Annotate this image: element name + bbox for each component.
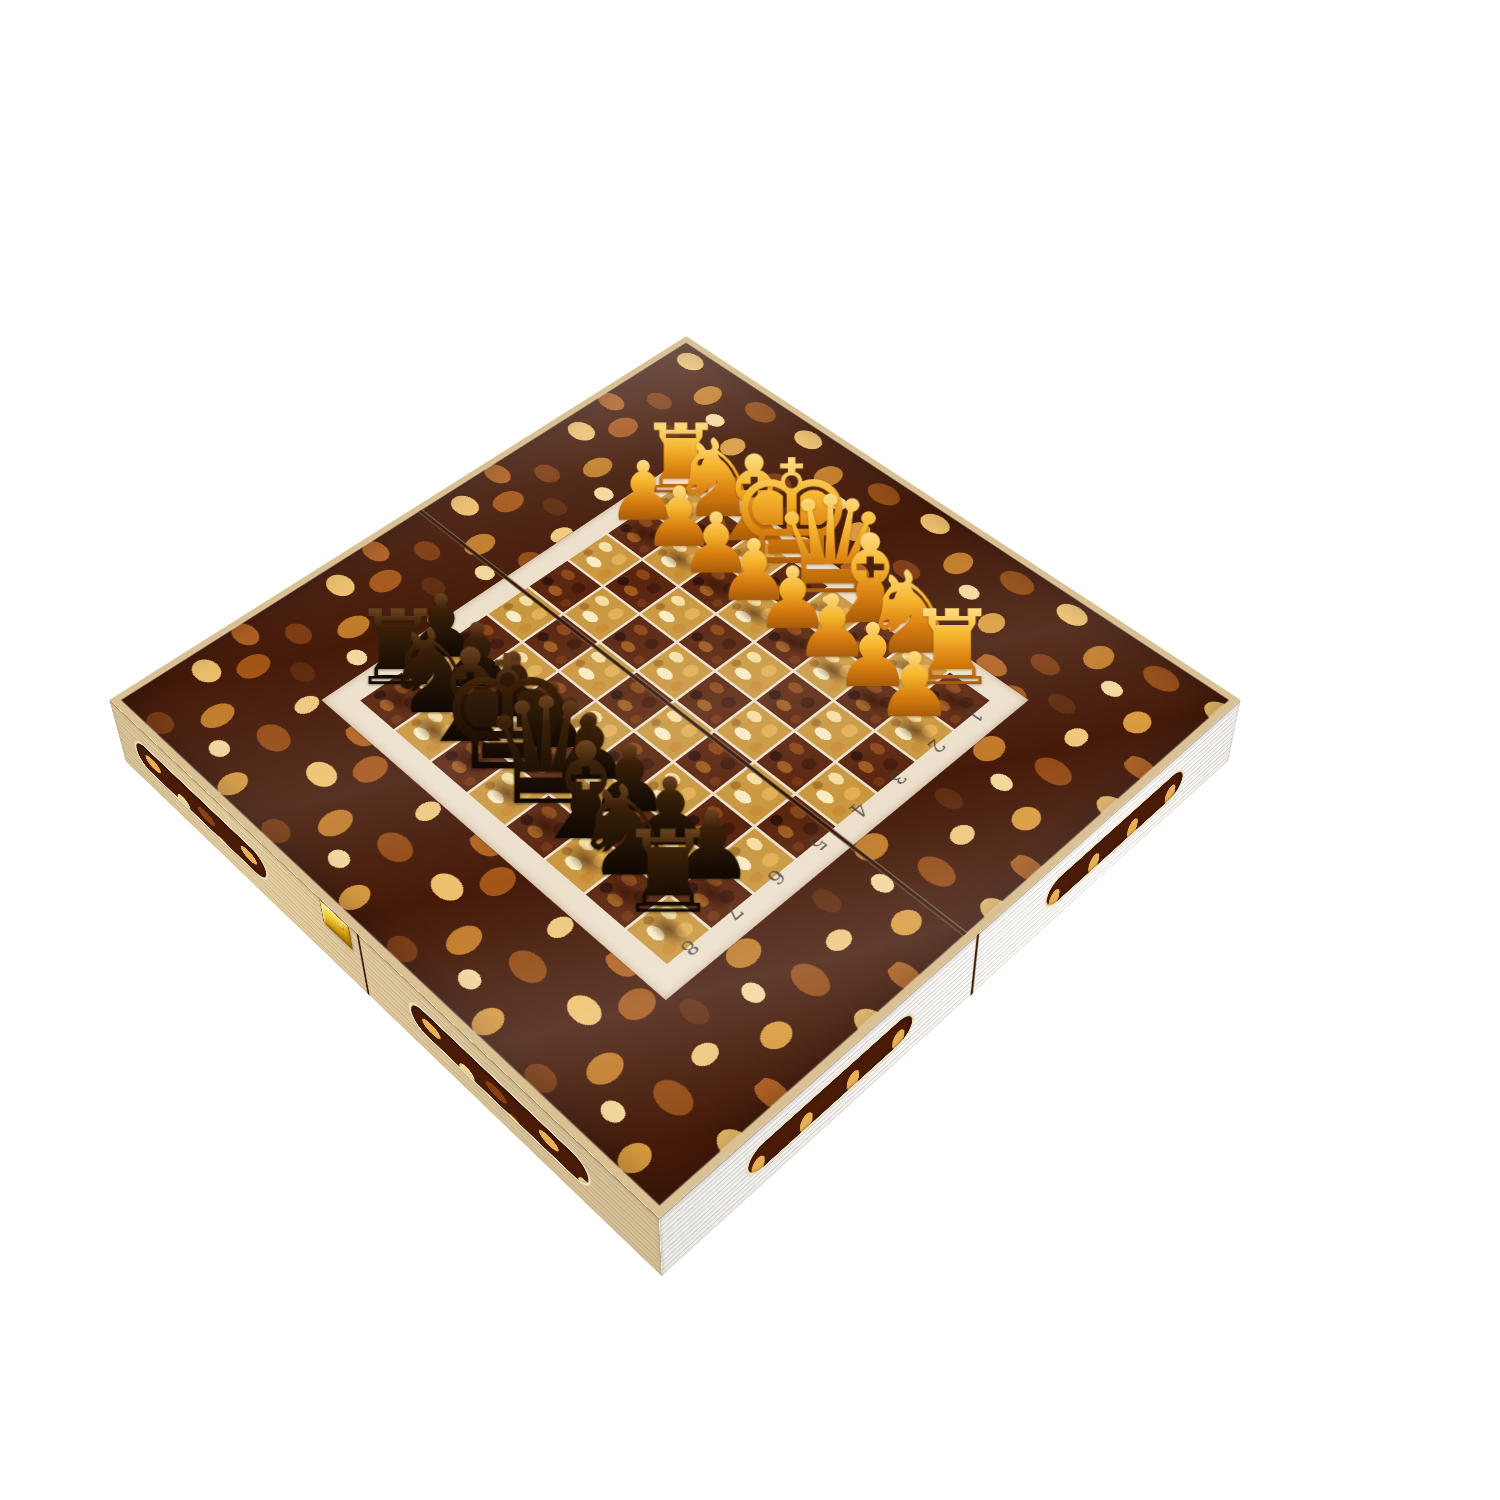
fold-seam-side xyxy=(970,932,980,996)
chess-box: 12345678 ♜♜♞♞♝♝♚♚♛♛♝♝♞♞♜♜♟♟♟♟♟♟ xyxy=(109,336,1240,1218)
product-photo: 12345678 ♜♜♞♞♝♝♚♚♛♛♝♝♞♞♜♜♟♟♟♟♟♟ xyxy=(0,0,1500,1500)
white-pawn-icon: ♟ xyxy=(834,641,996,730)
black-rook-icon: ♜ xyxy=(580,815,755,929)
scene: 12345678 ♜♜♞♞♝♝♚♚♛♛♝♝♞♞♜♜♟♟♟♟♟♟ xyxy=(0,0,1500,1500)
piece-reflection: ♜ xyxy=(580,929,755,1043)
clasp-screw xyxy=(338,922,344,932)
